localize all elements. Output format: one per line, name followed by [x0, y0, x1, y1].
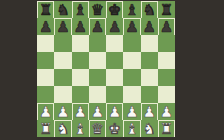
piece-sprite: ♟: [90, 19, 105, 35]
piece-sprite: ♜: [159, 2, 174, 18]
piece-white-rook[interactable]: ♜: [160, 121, 173, 136]
piece-black-pawn[interactable]: ♟: [56, 19, 69, 34]
piece-sprite: ♞: [55, 2, 70, 18]
piece-sprite: ♛: [90, 2, 105, 18]
square-a3[interactable]: [37, 86, 54, 103]
piece-sprite: ♟: [159, 19, 174, 35]
piece-sprite: ♟: [142, 19, 157, 35]
piece-sprite: ♞: [142, 121, 157, 137]
square-b7[interactable]: ♟: [54, 18, 71, 35]
square-b4[interactable]: [54, 69, 71, 86]
square-e4[interactable]: [106, 69, 123, 86]
chess-board: ♜♞♝♛♚♝♞♜♟♟♟♟♟♟♟♟♟♟♟♟♟♟♟♟♜♞♝♛♚♝♞♜: [37, 1, 175, 137]
square-c4[interactable]: [72, 69, 89, 86]
piece-sprite: ♚: [107, 121, 122, 137]
piece-black-queen[interactable]: ♛: [91, 2, 104, 17]
piece-white-queen[interactable]: ♛: [91, 121, 104, 136]
piece-white-pawn[interactable]: ♟: [142, 104, 155, 119]
square-h1[interactable]: ♜: [158, 120, 175, 137]
piece-white-pawn[interactable]: ♟: [160, 104, 173, 119]
piece-black-pawn[interactable]: ♟: [108, 19, 121, 34]
piece-black-knight[interactable]: ♞: [56, 2, 69, 17]
piece-white-knight[interactable]: ♞: [56, 121, 69, 136]
square-h8[interactable]: ♜: [158, 1, 175, 18]
square-d5[interactable]: [89, 52, 106, 69]
square-e8[interactable]: ♚: [106, 1, 123, 18]
piece-black-king[interactable]: ♚: [108, 2, 121, 17]
piece-sprite: ♚: [107, 2, 122, 18]
piece-sprite: ♟: [142, 104, 157, 120]
piece-white-pawn[interactable]: ♟: [39, 104, 52, 119]
piece-black-pawn[interactable]: ♟: [160, 19, 173, 34]
square-c3[interactable]: [72, 86, 89, 103]
piece-sprite: ♜: [38, 2, 53, 18]
square-b1[interactable]: ♞: [54, 120, 71, 137]
square-e7[interactable]: ♟: [106, 18, 123, 35]
square-a5[interactable]: [37, 52, 54, 69]
square-a6[interactable]: [37, 35, 54, 52]
square-f7[interactable]: ♟: [123, 18, 140, 35]
piece-sprite: ♟: [38, 19, 53, 35]
piece-sprite: ♝: [124, 121, 139, 137]
square-b5[interactable]: [54, 52, 71, 69]
square-b2[interactable]: ♟: [54, 103, 71, 120]
square-g6[interactable]: [141, 35, 158, 52]
square-d2[interactable]: ♟: [89, 103, 106, 120]
square-c1[interactable]: ♝: [72, 120, 89, 137]
piece-white-pawn[interactable]: ♟: [56, 104, 69, 119]
piece-sprite: ♟: [124, 104, 139, 120]
square-g2[interactable]: ♟: [141, 103, 158, 120]
square-e6[interactable]: [106, 35, 123, 52]
piece-black-pawn[interactable]: ♟: [125, 19, 138, 34]
piece-white-rook[interactable]: ♜: [39, 121, 52, 136]
piece-black-pawn[interactable]: ♟: [91, 19, 104, 34]
piece-sprite: ♜: [38, 121, 53, 137]
square-d7[interactable]: ♟: [89, 18, 106, 35]
square-f8[interactable]: ♝: [123, 1, 140, 18]
square-a4[interactable]: [37, 69, 54, 86]
piece-sprite: ♟: [124, 19, 139, 35]
piece-white-pawn[interactable]: ♟: [73, 104, 86, 119]
square-f1[interactable]: ♝: [123, 120, 140, 137]
piece-white-pawn[interactable]: ♟: [108, 104, 121, 119]
piece-black-bishop[interactable]: ♝: [73, 2, 86, 17]
piece-white-bishop[interactable]: ♝: [125, 121, 138, 136]
piece-black-knight[interactable]: ♞: [142, 2, 155, 17]
square-c5[interactable]: [72, 52, 89, 69]
square-h5[interactable]: [158, 52, 175, 69]
square-g7[interactable]: ♟: [141, 18, 158, 35]
square-g5[interactable]: [141, 52, 158, 69]
piece-sprite: ♟: [159, 104, 174, 120]
piece-sprite: ♟: [73, 19, 88, 35]
square-c7[interactable]: ♟: [72, 18, 89, 35]
square-h7[interactable]: ♟: [158, 18, 175, 35]
app-background: { "game": "chess", "position": "rnbqkbnr…: [0, 0, 224, 140]
square-f5[interactable]: [123, 52, 140, 69]
square-a8[interactable]: ♜: [37, 1, 54, 18]
square-h2[interactable]: ♟: [158, 103, 175, 120]
piece-sprite: ♟: [55, 19, 70, 35]
square-g3[interactable]: [141, 86, 158, 103]
square-b6[interactable]: [54, 35, 71, 52]
piece-white-pawn[interactable]: ♟: [125, 104, 138, 119]
piece-sprite: ♝: [124, 2, 139, 18]
piece-sprite: ♟: [90, 104, 105, 120]
piece-white-bishop[interactable]: ♝: [73, 121, 86, 136]
piece-black-pawn[interactable]: ♟: [39, 19, 52, 34]
square-b8[interactable]: ♞: [54, 1, 71, 18]
square-f2[interactable]: ♟: [123, 103, 140, 120]
square-g1[interactable]: ♞: [141, 120, 158, 137]
piece-black-rook[interactable]: ♜: [39, 2, 52, 17]
piece-white-knight[interactable]: ♞: [142, 121, 155, 136]
square-h4[interactable]: [158, 69, 175, 86]
square-e5[interactable]: [106, 52, 123, 69]
square-d6[interactable]: [89, 35, 106, 52]
square-e2[interactable]: ♟: [106, 103, 123, 120]
piece-sprite: ♟: [38, 104, 53, 120]
square-e1[interactable]: ♚: [106, 120, 123, 137]
piece-sprite: ♟: [107, 19, 122, 35]
piece-white-pawn[interactable]: ♟: [91, 104, 104, 119]
piece-sprite: ♟: [73, 104, 88, 120]
piece-sprite: ♟: [55, 104, 70, 120]
square-a1[interactable]: ♜: [37, 120, 54, 137]
piece-black-pawn[interactable]: ♟: [73, 19, 86, 34]
piece-sprite: ♜: [159, 121, 174, 137]
piece-sprite: ♞: [142, 2, 157, 18]
square-d4[interactable]: [89, 69, 106, 86]
square-h3[interactable]: [158, 86, 175, 103]
square-f6[interactable]: [123, 35, 140, 52]
square-h6[interactable]: [158, 35, 175, 52]
square-d3[interactable]: [89, 86, 106, 103]
square-f4[interactable]: [123, 69, 140, 86]
square-g8[interactable]: ♞: [141, 1, 158, 18]
square-a7[interactable]: ♟: [37, 18, 54, 35]
square-g4[interactable]: [141, 69, 158, 86]
square-b3[interactable]: [54, 86, 71, 103]
square-d1[interactable]: ♛: [89, 120, 106, 137]
square-a2[interactable]: ♟: [37, 103, 54, 120]
piece-white-king[interactable]: ♚: [108, 121, 121, 136]
piece-black-rook[interactable]: ♜: [160, 2, 173, 17]
piece-black-pawn[interactable]: ♟: [142, 19, 155, 34]
piece-sprite: ♛: [90, 121, 105, 137]
square-c8[interactable]: ♝: [72, 1, 89, 18]
piece-sprite: ♝: [73, 121, 88, 137]
square-e3[interactable]: [106, 86, 123, 103]
square-c6[interactable]: [72, 35, 89, 52]
piece-sprite: ♞: [55, 121, 70, 137]
piece-sprite: ♝: [73, 2, 88, 18]
square-c2[interactable]: ♟: [72, 103, 89, 120]
piece-black-bishop[interactable]: ♝: [125, 2, 138, 17]
square-f3[interactable]: [123, 86, 140, 103]
piece-sprite: ♟: [107, 104, 122, 120]
square-d8[interactable]: ♛: [89, 1, 106, 18]
